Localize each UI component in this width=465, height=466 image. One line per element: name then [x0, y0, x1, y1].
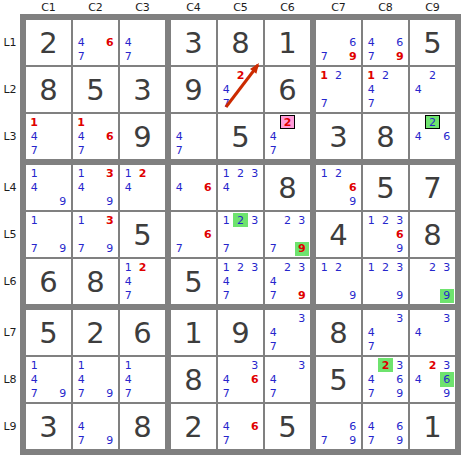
candidate-grid: 1247: [364, 68, 407, 111]
cell-L2C1[interactable]: 8: [26, 67, 71, 112]
candidate-mark: 1: [219, 166, 233, 180]
candidate-mark: 4: [121, 35, 135, 49]
candidate-mark: 7: [219, 289, 233, 303]
candidate-grid: 129: [317, 260, 360, 303]
cell-L1C4[interactable]: 3: [171, 20, 216, 65]
cell-L1C1[interactable]: 2: [26, 20, 71, 65]
candidate-mark: 2: [331, 260, 345, 274]
cell-L5C7[interactable]: 4: [316, 212, 361, 257]
cell-L6C1[interactable]: 6: [26, 259, 71, 304]
candidate-mark: 7: [219, 387, 233, 401]
candidate-mark: 2: [280, 115, 294, 129]
candidate-mark: 4: [266, 325, 280, 339]
candidate-mark: 7: [364, 97, 378, 111]
candidate-mark: 1: [121, 260, 135, 274]
candidate-mark: 1: [317, 260, 331, 274]
cell-L5C4[interactable]: 67: [171, 212, 216, 257]
candidate-grid: 4679: [364, 405, 407, 448]
col-label-C6: C6: [265, 1, 310, 14]
solved-digit: 8: [363, 114, 408, 159]
candidate-mark: 4: [266, 372, 280, 386]
cell-L7C6[interactable]: 347: [265, 310, 310, 355]
candidate-mark: 1: [27, 115, 41, 129]
solved-digit: 8: [218, 20, 263, 65]
cell-L9C2[interactable]: 479: [73, 404, 118, 449]
cell-L6C8[interactable]: 1239: [363, 259, 408, 304]
candidate-mark: 1: [219, 260, 233, 274]
col-label-C5: C5: [218, 1, 263, 14]
candidate-mark: 7: [121, 289, 135, 303]
cell-L4C3[interactable]: 124: [120, 165, 165, 210]
candidate-mark: 7: [266, 340, 280, 354]
cell-L4C9[interactable]: 7: [410, 165, 455, 210]
solved-digit: 8: [265, 165, 310, 210]
grid-layout: C1C2C3C4C5C6C7C8C9 L1L2L3L4L5L6L7L8L9 24…: [0, 0, 465, 455]
candidate-mark: 3: [393, 311, 407, 325]
box-1: 24674785314714679: [26, 20, 165, 159]
cell-L3C9[interactable]: 246: [410, 114, 455, 159]
solved-digit: 9: [120, 114, 165, 159]
candidate-grid: 1237: [219, 213, 262, 256]
candidate-mark: 9: [103, 195, 117, 209]
solved-digit: 6: [265, 67, 310, 112]
candidate-grid: 1479: [74, 358, 117, 401]
candidate-mark: 9: [103, 434, 117, 448]
cell-L3C5[interactable]: 5: [218, 114, 263, 159]
candidate-mark: 4: [364, 372, 378, 386]
col-label-C7: C7: [316, 1, 361, 14]
cell-L8C9[interactable]: 23469: [410, 357, 455, 402]
candidate-mark: 3: [248, 260, 262, 274]
candidate-grid: 12347: [219, 260, 262, 303]
row-label-L4: L4: [0, 165, 20, 210]
board: 2467478531471467938192476475247679467951…: [20, 14, 461, 455]
candidate-mark: 7: [317, 97, 331, 111]
candidate-mark: 6: [440, 129, 454, 143]
candidate-mark: 6: [346, 180, 360, 194]
solved-digit: 6: [26, 259, 71, 304]
candidate-mark: 7: [172, 242, 186, 256]
candidate-mark: 1: [364, 213, 378, 227]
candidate-mark: 6: [393, 35, 407, 49]
cell-L1C7[interactable]: 679: [316, 20, 361, 65]
candidate-grid: 239: [411, 260, 454, 303]
cell-L7C1[interactable]: 5: [26, 310, 71, 355]
candidate-grid: 1234: [219, 166, 262, 209]
cell-L2C2[interactable]: 5: [73, 67, 118, 112]
candidate-grid: 679: [317, 405, 360, 448]
candidate-grid: 23469: [411, 358, 454, 401]
solved-digit: 5: [26, 310, 71, 355]
cell-L5C6[interactable]: 2379: [265, 212, 310, 257]
cell-L3C7[interactable]: 3: [316, 114, 361, 159]
candidate-mark: 9: [393, 242, 407, 256]
row-label-L3: L3: [0, 114, 20, 159]
cell-L6C3[interactable]: 1247: [120, 259, 165, 304]
cell-L5C8[interactable]: 12369: [363, 212, 408, 257]
candidate-mark: 4: [364, 35, 378, 49]
candidate-mark: 4: [266, 129, 280, 143]
cell-L8C3[interactable]: 147: [120, 357, 165, 402]
candidate-mark: 3: [393, 260, 407, 274]
candidate-mark: 2: [378, 68, 392, 82]
candidate-mark: 3: [440, 311, 454, 325]
candidate-mark: 7: [74, 144, 88, 158]
cell-L2C3[interactable]: 3: [120, 67, 165, 112]
candidate-mark: 2: [233, 166, 247, 180]
candidate-mark: 9: [440, 387, 454, 401]
cell-L2C9[interactable]: 24: [410, 67, 455, 112]
candidate-mark: 7: [74, 50, 88, 64]
candidate-mark: 3: [295, 358, 309, 372]
candidate-grid: 34: [411, 311, 454, 354]
solved-digit: 9: [171, 67, 216, 112]
candidate-mark: 1: [317, 68, 331, 82]
candidate-mark: 1: [121, 166, 135, 180]
candidate-mark: 2: [425, 260, 439, 274]
cell-L4C8[interactable]: 5: [363, 165, 408, 210]
candidate-mark: 3: [103, 213, 117, 227]
cell-L1C8[interactable]: 4679: [363, 20, 408, 65]
candidate-mark: 1: [74, 166, 88, 180]
candidate-mark: 2: [425, 115, 439, 129]
candidate-grid: 67: [172, 213, 215, 256]
candidate-grid: 2379: [266, 213, 309, 256]
candidate-mark: 2: [135, 166, 149, 180]
solved-digit: 5: [218, 114, 263, 159]
cell-L8C8[interactable]: 234679: [363, 357, 408, 402]
cell-L8C4[interactable]: 8: [171, 357, 216, 402]
solved-digit: 5: [316, 357, 361, 402]
cell-L2C8[interactable]: 1247: [363, 67, 408, 112]
cell-L4C2[interactable]: 1349: [73, 165, 118, 210]
solved-digit: 5: [265, 404, 310, 449]
candidate-mark: 1: [364, 260, 378, 274]
column-labels: C1C2C3C4C5C6C7C8C9: [20, 0, 461, 14]
candidate-grid: 247: [219, 68, 262, 111]
candidate-mark: 9: [56, 387, 70, 401]
candidate-mark: 3: [103, 166, 117, 180]
cell-L1C3[interactable]: 47: [120, 20, 165, 65]
candidate-grid: 1379: [74, 213, 117, 256]
candidate-mark: 4: [74, 129, 88, 143]
candidate-mark: 4: [219, 82, 233, 96]
candidate-mark: 7: [317, 50, 331, 64]
col-label-C9: C9: [410, 1, 455, 14]
candidate-mark: 7: [219, 434, 233, 448]
cell-L4C1[interactable]: 149: [26, 165, 71, 210]
row-label-L7: L7: [0, 310, 20, 355]
cell-L1C2[interactable]: 467: [73, 20, 118, 65]
candidate-mark: 6: [393, 227, 407, 241]
candidate-mark: 2: [331, 166, 345, 180]
cell-L7C5[interactable]: 9: [218, 310, 263, 355]
candidate-grid: 467: [219, 405, 262, 448]
cell-L4C6[interactable]: 8: [265, 165, 310, 210]
candidate-grid: 23479: [266, 260, 309, 303]
candidate-mark: 3: [440, 260, 454, 274]
cell-L5C1[interactable]: 179: [26, 212, 71, 257]
candidate-mark: 2: [425, 358, 439, 372]
solved-digit: 5: [73, 67, 118, 112]
col-label-C4: C4: [171, 1, 216, 14]
candidate-grid: 347: [266, 358, 309, 401]
cell-L9C5[interactable]: 467: [218, 404, 263, 449]
candidate-mark: 2: [233, 68, 247, 82]
candidate-mark: 3: [295, 260, 309, 274]
candidate-mark: 6: [248, 372, 262, 386]
candidate-grid: 12369: [364, 213, 407, 256]
cell-L5C5[interactable]: 1237: [218, 212, 263, 257]
cell-L9C9[interactable]: 1: [410, 404, 455, 449]
solved-digit: 6: [120, 310, 165, 355]
solved-digit: 5: [363, 165, 408, 210]
candidate-mark: 6: [393, 372, 407, 386]
solved-digit: 5: [120, 212, 165, 257]
solved-digit: 8: [410, 212, 455, 257]
candidate-mark: 9: [56, 242, 70, 256]
candidate-mark: 3: [248, 213, 262, 227]
candidate-grid: 127: [317, 68, 360, 111]
solved-digit: 3: [171, 20, 216, 65]
solved-digit: 1: [265, 20, 310, 65]
box-8: 193478346734724675: [171, 310, 310, 449]
cell-L3C2[interactable]: 1467: [73, 114, 118, 159]
candidate-mark: 7: [364, 387, 378, 401]
candidate-mark: 7: [121, 50, 135, 64]
candidate-mark: 7: [266, 242, 280, 256]
box-3: 6794679512712472438246: [316, 20, 455, 159]
cell-L3C8[interactable]: 8: [363, 114, 408, 159]
cell-L5C3[interactable]: 5: [120, 212, 165, 257]
candidate-mark: 4: [27, 372, 41, 386]
candidate-grid: 46: [172, 166, 215, 209]
solved-digit: 3: [120, 67, 165, 112]
candidate-grid: 347: [266, 311, 309, 354]
candidate-mark: 2: [280, 213, 294, 227]
candidate-mark: 6: [201, 180, 215, 194]
candidate-grid: 1239: [364, 260, 407, 303]
candidate-mark: 1: [121, 358, 135, 372]
solved-digit: 9: [218, 310, 263, 355]
candidate-mark: 7: [364, 50, 378, 64]
candidate-mark: 9: [56, 195, 70, 209]
candidate-mark: 6: [103, 35, 117, 49]
cell-L2C5[interactable]: 247: [218, 67, 263, 112]
candidate-mark: 3: [248, 358, 262, 372]
cell-L7C9[interactable]: 34: [410, 310, 455, 355]
row-label-L9: L9: [0, 404, 20, 449]
candidate-mark: 1: [219, 213, 233, 227]
candidate-mark: 6: [440, 372, 454, 386]
candidate-mark: 2: [233, 260, 247, 274]
cell-L1C5[interactable]: 8: [218, 20, 263, 65]
solved-digit: 8: [316, 310, 361, 355]
cell-L6C6[interactable]: 23479: [265, 259, 310, 304]
candidate-mark: 3: [440, 358, 454, 372]
cell-L6C7[interactable]: 129: [316, 259, 361, 304]
candidate-mark: 4: [74, 372, 88, 386]
solved-digit: 5: [171, 259, 216, 304]
candidate-mark: 3: [393, 213, 407, 227]
candidate-grid: 1479: [27, 358, 70, 401]
solved-digit: 3: [26, 404, 71, 449]
candidate-mark: 4: [74, 419, 88, 433]
candidate-mark: 9: [103, 242, 117, 256]
candidate-grid: 149: [27, 166, 70, 209]
cell-L4C5[interactable]: 1234: [218, 165, 263, 210]
candidate-grid: 347: [364, 311, 407, 354]
cell-L9C3[interactable]: 8: [120, 404, 165, 449]
candidate-mark: 3: [393, 358, 407, 372]
cell-L8C5[interactable]: 3467: [218, 357, 263, 402]
candidate-mark: 2: [233, 213, 247, 227]
candidate-grid: 47: [121, 21, 164, 64]
candidate-grid: 1467: [74, 115, 117, 158]
candidate-grid: 47: [172, 115, 215, 158]
box-5: 4612348671237237951234723479: [171, 165, 310, 304]
candidate-mark: 4: [121, 372, 135, 386]
candidate-mark: 6: [201, 227, 215, 241]
candidate-mark: 4: [27, 129, 41, 143]
candidate-mark: 4: [121, 274, 135, 288]
candidate-grid: 4679: [364, 21, 407, 64]
cell-L8C7[interactable]: 5: [316, 357, 361, 402]
candidate-mark: 4: [266, 274, 280, 288]
candidate-mark: 2: [425, 68, 439, 82]
candidate-grid: 147: [27, 115, 70, 158]
cell-L6C5[interactable]: 12347: [218, 259, 263, 304]
col-label-C8: C8: [363, 1, 408, 14]
candidate-grid: 246: [411, 115, 454, 158]
solved-digit: 2: [26, 20, 71, 65]
cell-L9C8[interactable]: 4679: [363, 404, 408, 449]
cell-L9C4[interactable]: 2: [171, 404, 216, 449]
candidate-mark: 9: [346, 434, 360, 448]
cell-L2C7[interactable]: 127: [316, 67, 361, 112]
candidate-mark: 4: [219, 180, 233, 194]
candidate-mark: 6: [248, 419, 262, 433]
candidate-mark: 6: [346, 419, 360, 433]
candidate-grid: 1269: [317, 166, 360, 209]
box-4: 149134912417913795681247: [26, 165, 165, 304]
candidate-grid: 679: [317, 21, 360, 64]
candidate-mark: 7: [266, 289, 280, 303]
cell-L1C6[interactable]: 1: [265, 20, 310, 65]
candidate-mark: 7: [74, 434, 88, 448]
box-6: 12695741236981291239239: [316, 165, 455, 304]
candidate-mark: 4: [27, 180, 41, 194]
cell-L8C1[interactable]: 1479: [26, 357, 71, 402]
cell-L2C4[interactable]: 9: [171, 67, 216, 112]
candidate-mark: 1: [27, 166, 41, 180]
candidate-grid: 467: [74, 21, 117, 64]
solved-digit: 5: [410, 20, 455, 65]
candidate-mark: 2: [378, 213, 392, 227]
cell-L4C7[interactable]: 1269: [316, 165, 361, 210]
cell-L3C1[interactable]: 147: [26, 114, 71, 159]
cell-L3C4[interactable]: 47: [171, 114, 216, 159]
cell-L6C2[interactable]: 8: [73, 259, 118, 304]
candidate-mark: 9: [440, 289, 454, 303]
candidate-mark: 7: [266, 387, 280, 401]
candidate-mark: 7: [27, 387, 41, 401]
candidate-mark: 1: [27, 213, 41, 227]
box-7: 5261479147914734798: [26, 310, 165, 449]
candidate-mark: 7: [74, 387, 88, 401]
candidate-mark: 9: [393, 434, 407, 448]
cell-L8C2[interactable]: 1479: [73, 357, 118, 402]
candidate-grid: 1349: [74, 166, 117, 209]
cell-L9C1[interactable]: 3: [26, 404, 71, 449]
candidate-mark: 7: [27, 242, 41, 256]
solved-digit: 2: [171, 404, 216, 449]
col-label-C2: C2: [73, 1, 118, 14]
cell-L2C6[interactable]: 6: [265, 67, 310, 112]
candidate-mark: 4: [411, 82, 425, 96]
cell-L6C4[interactable]: 5: [171, 259, 216, 304]
candidate-mark: 7: [172, 144, 186, 158]
candidate-mark: 6: [346, 35, 360, 49]
cell-L7C3[interactable]: 6: [120, 310, 165, 355]
row-label-L8: L8: [0, 357, 20, 402]
candidate-mark: 7: [74, 242, 88, 256]
cell-L4C4[interactable]: 46: [171, 165, 216, 210]
cell-L3C6[interactable]: 247: [265, 114, 310, 159]
candidate-grid: 124: [121, 166, 164, 209]
cell-L9C6[interactable]: 5: [265, 404, 310, 449]
candidate-mark: 2: [331, 68, 345, 82]
solved-digit: 7: [410, 165, 455, 210]
candidate-mark: 9: [346, 289, 360, 303]
cell-L6C9[interactable]: 239: [410, 259, 455, 304]
row-label-L2: L2: [0, 67, 20, 112]
candidate-mark: 4: [364, 419, 378, 433]
cell-L9C7[interactable]: 679: [316, 404, 361, 449]
candidate-mark: 9: [393, 289, 407, 303]
cell-L3C3[interactable]: 9: [120, 114, 165, 159]
corner-spacer: [0, 0, 20, 14]
cell-L7C7[interactable]: 8: [316, 310, 361, 355]
cell-L7C8[interactable]: 347: [363, 310, 408, 355]
candidate-mark: 4: [219, 372, 233, 386]
cell-L1C9[interactable]: 5: [410, 20, 455, 65]
candidate-mark: 4: [172, 129, 186, 143]
candidate-mark: 9: [393, 50, 407, 64]
candidate-mark: 4: [74, 35, 88, 49]
candidate-mark: 2: [378, 358, 392, 372]
candidate-mark: 4: [172, 180, 186, 194]
candidate-mark: 9: [295, 289, 309, 303]
cell-L7C2[interactable]: 2: [73, 310, 118, 355]
candidate-mark: 7: [121, 387, 135, 401]
box-9: 83473452346792346967946791: [316, 310, 455, 449]
candidate-mark: 1: [27, 358, 41, 372]
candidate-mark: 3: [295, 311, 309, 325]
cell-L5C2[interactable]: 1379: [73, 212, 118, 257]
candidate-mark: 4: [364, 82, 378, 96]
candidate-mark: 1: [74, 358, 88, 372]
row-label-L1: L1: [0, 20, 20, 65]
candidate-mark: 2: [378, 260, 392, 274]
cell-L8C6[interactable]: 347: [265, 357, 310, 402]
col-label-C1: C1: [26, 1, 71, 14]
cell-L7C4[interactable]: 1: [171, 310, 216, 355]
candidate-mark: 1: [74, 213, 88, 227]
candidate-mark: 7: [364, 434, 378, 448]
cell-L5C9[interactable]: 8: [410, 212, 455, 257]
solved-digit: 8: [73, 259, 118, 304]
